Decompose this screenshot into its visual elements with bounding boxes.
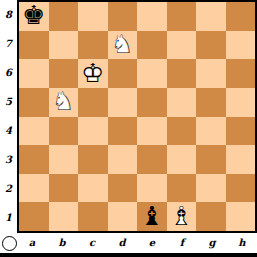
white-knight-glyph: ♘ [111, 31, 134, 57]
file-label-e: e [137, 233, 167, 253]
chess-diagram: 87654321 ♚♞♘♚♔♞♘♝♝♗ abcdefgh [0, 0, 257, 257]
rank-labels: 87654321 [0, 0, 17, 233]
white-king-glyph: ♔ [81, 60, 104, 86]
square-a8[interactable]: ♚ [19, 2, 49, 31]
square-h3[interactable] [226, 145, 256, 174]
file-label-g: g [197, 233, 227, 253]
square-b2[interactable] [49, 174, 79, 203]
square-f7[interactable] [167, 31, 197, 60]
square-f6[interactable] [167, 59, 197, 88]
file-label-a: a [17, 233, 47, 253]
rank-label-8: 8 [0, 0, 17, 29]
bottom-border-bar [0, 253, 257, 257]
black-king[interactable]: ♚ [19, 2, 49, 31]
rank-label-3: 3 [0, 146, 17, 175]
square-g3[interactable] [196, 145, 226, 174]
square-h1[interactable] [226, 202, 256, 231]
square-d6[interactable] [108, 59, 138, 88]
square-f2[interactable] [167, 174, 197, 203]
square-h6[interactable] [226, 59, 256, 88]
rank-label-7: 7 [0, 29, 17, 58]
square-e4[interactable] [137, 117, 167, 146]
square-c5[interactable] [78, 88, 108, 117]
white-knight[interactable]: ♞♘ [108, 31, 138, 60]
file-label-b: b [47, 233, 77, 253]
square-e2[interactable] [137, 174, 167, 203]
square-a1[interactable] [19, 202, 49, 231]
square-a2[interactable] [19, 174, 49, 203]
square-d7[interactable]: ♞♘ [108, 31, 138, 60]
rank-label-4: 4 [0, 117, 17, 146]
square-h2[interactable] [226, 174, 256, 203]
square-g4[interactable] [196, 117, 226, 146]
file-label-h: h [227, 233, 257, 253]
square-f1[interactable]: ♝♗ [167, 202, 197, 231]
square-d3[interactable] [108, 145, 138, 174]
file-label-f: f [167, 233, 197, 253]
square-f4[interactable] [167, 117, 197, 146]
square-e6[interactable] [137, 59, 167, 88]
black-bishop-glyph: ♝ [140, 203, 163, 229]
square-d1[interactable] [108, 202, 138, 231]
square-d2[interactable] [108, 174, 138, 203]
square-a4[interactable] [19, 117, 49, 146]
file-labels: abcdefgh [17, 233, 257, 253]
square-e1[interactable]: ♝ [137, 202, 167, 231]
square-a5[interactable] [19, 88, 49, 117]
square-a6[interactable] [19, 59, 49, 88]
rank-label-6: 6 [0, 58, 17, 87]
square-e3[interactable] [137, 145, 167, 174]
square-b4[interactable] [49, 117, 79, 146]
white-knight-glyph: ♘ [52, 88, 75, 114]
square-d4[interactable] [108, 117, 138, 146]
square-g8[interactable] [196, 2, 226, 31]
square-b1[interactable] [49, 202, 79, 231]
square-g2[interactable] [196, 174, 226, 203]
square-b7[interactable] [49, 31, 79, 60]
rank-label-2: 2 [0, 175, 17, 204]
square-g1[interactable] [196, 202, 226, 231]
square-f8[interactable] [167, 2, 197, 31]
square-b8[interactable] [49, 2, 79, 31]
square-c6[interactable]: ♚♔ [78, 59, 108, 88]
white-bishop[interactable]: ♝♗ [167, 202, 197, 231]
square-c2[interactable] [78, 174, 108, 203]
square-g7[interactable] [196, 31, 226, 60]
square-g5[interactable] [196, 88, 226, 117]
square-f5[interactable] [167, 88, 197, 117]
black-king-glyph: ♚ [22, 2, 45, 28]
square-c7[interactable] [78, 31, 108, 60]
square-d8[interactable] [108, 2, 138, 31]
square-b6[interactable] [49, 59, 79, 88]
square-h4[interactable] [226, 117, 256, 146]
file-label-d: d [107, 233, 137, 253]
rank-label-5: 5 [0, 87, 17, 116]
square-c1[interactable] [78, 202, 108, 231]
chess-board: ♚♞♘♚♔♞♘♝♝♗ [17, 0, 257, 233]
square-g6[interactable] [196, 59, 226, 88]
white-king[interactable]: ♚♔ [78, 59, 108, 88]
square-b5[interactable]: ♞♘ [49, 88, 79, 117]
square-a7[interactable] [19, 31, 49, 60]
square-e7[interactable] [137, 31, 167, 60]
file-label-c: c [77, 233, 107, 253]
square-c8[interactable] [78, 2, 108, 31]
white-to-move-indicator-icon [2, 236, 17, 251]
square-e8[interactable] [137, 2, 167, 31]
square-h8[interactable] [226, 2, 256, 31]
square-e5[interactable] [137, 88, 167, 117]
square-h5[interactable] [226, 88, 256, 117]
square-b3[interactable] [49, 145, 79, 174]
square-c3[interactable] [78, 145, 108, 174]
square-h7[interactable] [226, 31, 256, 60]
square-d5[interactable] [108, 88, 138, 117]
square-f3[interactable] [167, 145, 197, 174]
rank-label-1: 1 [0, 204, 17, 233]
white-knight[interactable]: ♞♘ [49, 88, 79, 117]
square-c4[interactable] [78, 117, 108, 146]
square-a3[interactable] [19, 145, 49, 174]
white-bishop-glyph: ♗ [170, 203, 193, 229]
black-bishop[interactable]: ♝ [137, 202, 167, 231]
